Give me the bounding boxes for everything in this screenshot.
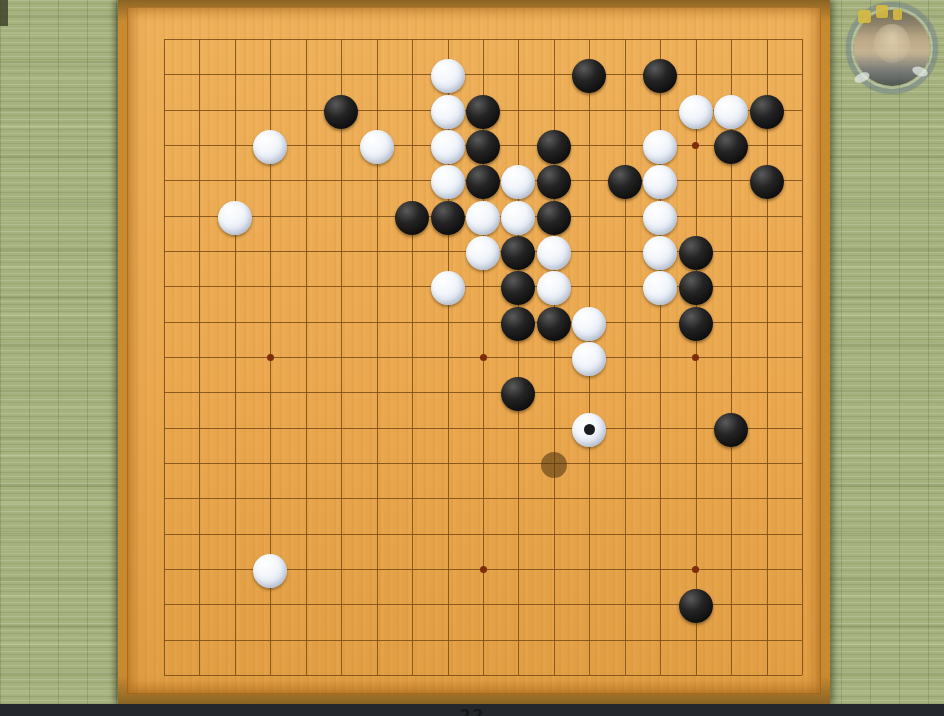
- star-point: [692, 142, 699, 149]
- star-point: [480, 566, 487, 573]
- white-stone: [537, 236, 571, 270]
- bottom-bar: 22: [0, 704, 944, 716]
- white-stone: [253, 130, 287, 164]
- grid-line-horizontal: [164, 498, 802, 499]
- black-stone: [537, 307, 571, 341]
- black-stone: [679, 589, 713, 623]
- white-stone: [537, 271, 571, 305]
- black-stone: [431, 201, 465, 235]
- black-stone: [679, 307, 713, 341]
- white-stone: [431, 59, 465, 93]
- black-stone: [537, 201, 571, 235]
- black-stone: [324, 95, 358, 129]
- black-stone: [643, 59, 677, 93]
- black-stone: [501, 377, 535, 411]
- white-stone: [643, 130, 677, 164]
- black-stone: [714, 413, 748, 447]
- black-stone: [714, 130, 748, 164]
- black-stone: [501, 307, 535, 341]
- star-point: [267, 354, 274, 361]
- black-stone: [537, 165, 571, 199]
- star-point: [480, 354, 487, 361]
- white-stone: [431, 271, 465, 305]
- grid-line-horizontal: [164, 428, 802, 429]
- white-stone: [501, 201, 535, 235]
- grid-line-horizontal: [164, 675, 802, 676]
- black-stone: [679, 236, 713, 270]
- white-stone: [466, 236, 500, 270]
- white-stone: [572, 342, 606, 376]
- watermark-logo: [846, 2, 938, 94]
- board-wood-surface[interactable]: [127, 7, 821, 694]
- goban-grid[interactable]: [164, 39, 802, 675]
- white-stone: [572, 307, 606, 341]
- white-stone: [679, 95, 713, 129]
- white-stone: [253, 554, 287, 588]
- black-stone: [501, 271, 535, 305]
- black-stone: [608, 165, 642, 199]
- grid-line-horizontal: [164, 640, 802, 641]
- black-stone: [466, 95, 500, 129]
- watermark-gold-glyph: [858, 10, 871, 23]
- white-stone: [714, 95, 748, 129]
- black-stone: [395, 201, 429, 235]
- white-stone: [643, 271, 677, 305]
- black-stone: [750, 95, 784, 129]
- black-stone: [537, 130, 571, 164]
- watermark-gold-glyph: [876, 5, 888, 18]
- black-stone: [501, 236, 535, 270]
- grid-line-vertical: [767, 39, 768, 675]
- go-app-screen: { "game": "go", "scene": "go board on ta…: [0, 0, 944, 716]
- star-point: [692, 566, 699, 573]
- black-stone: [572, 59, 606, 93]
- grid-line-vertical: [625, 39, 626, 675]
- watermark-gold-glyph: [893, 9, 902, 20]
- black-stone: [750, 165, 784, 199]
- last-move-marker: [584, 424, 595, 435]
- black-stone: [679, 271, 713, 305]
- white-stone: [643, 165, 677, 199]
- black-stone: [466, 165, 500, 199]
- grid-line-horizontal: [164, 534, 802, 535]
- star-point: [692, 354, 699, 361]
- grid-line-vertical: [802, 39, 803, 675]
- move-counter-partial: 22: [452, 706, 492, 716]
- ghost-stone: [541, 452, 567, 478]
- white-stone: [466, 201, 500, 235]
- tatami-corner-shadow: [0, 0, 8, 26]
- white-stone: [431, 130, 465, 164]
- white-stone: [360, 130, 394, 164]
- white-stone: [501, 165, 535, 199]
- grid-line-horizontal: [164, 463, 802, 464]
- white-stone: [643, 201, 677, 235]
- go-board: [118, 0, 830, 704]
- black-stone: [466, 130, 500, 164]
- white-stone: [431, 95, 465, 129]
- grid-line-vertical: [518, 39, 519, 675]
- white-stone: [218, 201, 252, 235]
- white-stone: [643, 236, 677, 270]
- last-move-stone: [572, 413, 606, 447]
- grid-line-horizontal: [164, 392, 802, 393]
- white-stone: [431, 165, 465, 199]
